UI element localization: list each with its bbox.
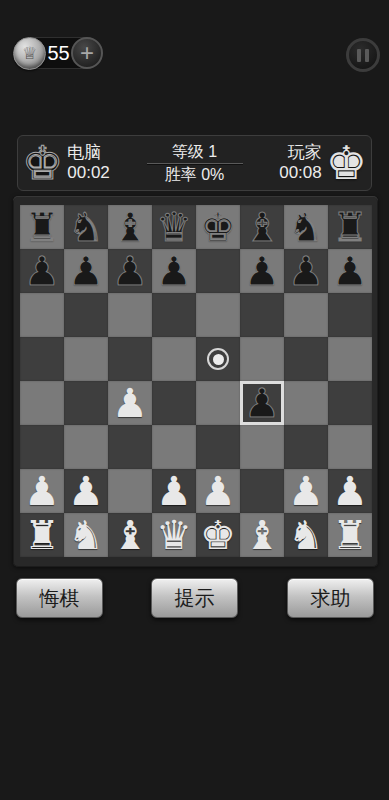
square-f3[interactable]: [240, 425, 284, 469]
square-c8[interactable]: ♝: [108, 205, 152, 249]
piece-white-pawn: ♟: [288, 469, 324, 513]
black-king-icon: ♚: [22, 138, 63, 188]
square-f7[interactable]: ♟: [240, 249, 284, 293]
piece-black-rook: ♜: [24, 205, 60, 249]
square-c5[interactable]: [108, 337, 152, 381]
square-a6[interactable]: [20, 293, 64, 337]
square-g4[interactable]: [284, 381, 328, 425]
square-d8[interactable]: ♛: [152, 205, 196, 249]
chess-app-screen: ♕ 55 + ♚ 电脑 00:02 等级 1 胜率 0% 玩家 00:08 ♚: [0, 0, 389, 800]
square-a5[interactable]: [20, 337, 64, 381]
piece-white-rook: ♜: [24, 513, 60, 557]
help-button[interactable]: 求助: [287, 578, 374, 618]
square-a7[interactable]: ♟: [20, 249, 64, 293]
coin-counter: ♕ 55 +: [14, 37, 102, 69]
square-a2[interactable]: ♟: [20, 469, 64, 513]
square-h1[interactable]: ♜: [328, 513, 372, 557]
piece-white-pawn: ♟: [332, 469, 368, 513]
piece-black-rook: ♜: [332, 205, 368, 249]
square-b4[interactable]: [64, 381, 108, 425]
square-h7[interactable]: ♟: [328, 249, 372, 293]
piece-white-knight: ♞: [68, 513, 104, 557]
square-f1[interactable]: ♝: [240, 513, 284, 557]
square-e2[interactable]: ♟: [196, 469, 240, 513]
square-h8[interactable]: ♜: [328, 205, 372, 249]
square-f2[interactable]: [240, 469, 284, 513]
square-c4[interactable]: ♟: [108, 381, 152, 425]
piece-black-pawn: ♟: [68, 249, 104, 293]
pause-button[interactable]: [346, 38, 380, 72]
square-e8[interactable]: ♚: [196, 205, 240, 249]
square-g6[interactable]: [284, 293, 328, 337]
square-h5[interactable]: [328, 337, 372, 381]
piece-black-knight: ♞: [68, 205, 104, 249]
piece-black-pawn: ♟: [244, 381, 280, 425]
square-d5[interactable]: [152, 337, 196, 381]
win-rate-label: 胜率 0%: [165, 165, 225, 185]
chess-board: ♜♞♝♛♚♝♞♜♟♟♟♟♟♟♟♟♟♟♟♟♟♟♟♜♞♝♛♚♝♞♜: [20, 205, 372, 557]
square-c1[interactable]: ♝: [108, 513, 152, 557]
piece-white-pawn: ♟: [112, 381, 148, 425]
computer-label: 电脑: [67, 143, 110, 163]
square-a3[interactable]: [20, 425, 64, 469]
piece-black-knight: ♞: [288, 205, 324, 249]
square-c7[interactable]: ♟: [108, 249, 152, 293]
piece-black-pawn: ♟: [156, 249, 192, 293]
square-c2[interactable]: [108, 469, 152, 513]
square-f4[interactable]: ♟: [240, 381, 284, 425]
piece-white-rook: ♜: [332, 513, 368, 557]
piece-white-queen: ♛: [156, 513, 192, 557]
piece-black-pawn: ♟: [24, 249, 60, 293]
player-side: 玩家 00:08 ♚: [279, 138, 367, 188]
piece-black-bishop: ♝: [244, 205, 280, 249]
square-b8[interactable]: ♞: [64, 205, 108, 249]
square-g2[interactable]: ♟: [284, 469, 328, 513]
coin-count: 55: [46, 42, 71, 65]
square-d4[interactable]: [152, 381, 196, 425]
square-e7[interactable]: [196, 249, 240, 293]
pause-icon: [357, 49, 361, 62]
add-coins-button[interactable]: +: [71, 37, 103, 69]
piece-white-pawn: ♟: [200, 469, 236, 513]
square-h3[interactable]: [328, 425, 372, 469]
piece-white-pawn: ♟: [68, 469, 104, 513]
move-origin-marker: [207, 348, 229, 370]
square-b2[interactable]: ♟: [64, 469, 108, 513]
match-info-panel: ♚ 电脑 00:02 等级 1 胜率 0% 玩家 00:08 ♚: [17, 135, 372, 191]
chess-board-frame: ♜♞♝♛♚♝♞♜♟♟♟♟♟♟♟♟♟♟♟♟♟♟♟♜♞♝♛♚♝♞♜: [13, 196, 378, 567]
square-a4[interactable]: [20, 381, 64, 425]
divider: [147, 163, 243, 164]
player-clock: 00:08: [279, 163, 322, 183]
piece-white-king: ♚: [200, 513, 236, 557]
player-label: 玩家: [288, 143, 322, 163]
square-b6[interactable]: [64, 293, 108, 337]
move-origin-dot: [213, 354, 224, 365]
undo-move-button[interactable]: 悔棋: [16, 578, 103, 618]
square-e1[interactable]: ♚: [196, 513, 240, 557]
square-g5[interactable]: [284, 337, 328, 381]
square-h4[interactable]: [328, 381, 372, 425]
square-e5[interactable]: [196, 337, 240, 381]
square-a1[interactable]: ♜: [20, 513, 64, 557]
piece-white-bishop: ♝: [244, 513, 280, 557]
piece-black-pawn: ♟: [112, 249, 148, 293]
piece-black-king: ♚: [200, 205, 236, 249]
piece-black-pawn: ♟: [288, 249, 324, 293]
pause-icon: [365, 49, 369, 62]
square-c3[interactable]: [108, 425, 152, 469]
square-d2[interactable]: ♟: [152, 469, 196, 513]
computer-side: ♚ 电脑 00:02: [22, 138, 110, 188]
piece-black-bishop: ♝: [112, 205, 148, 249]
square-e6[interactable]: [196, 293, 240, 337]
square-f6[interactable]: [240, 293, 284, 337]
square-a8[interactable]: ♜: [20, 205, 64, 249]
piece-white-pawn: ♟: [156, 469, 192, 513]
square-e4[interactable]: [196, 381, 240, 425]
square-g8[interactable]: ♞: [284, 205, 328, 249]
square-b7[interactable]: ♟: [64, 249, 108, 293]
square-f8[interactable]: ♝: [240, 205, 284, 249]
square-b5[interactable]: [64, 337, 108, 381]
square-g1[interactable]: ♞: [284, 513, 328, 557]
piece-black-pawn: ♟: [244, 249, 280, 293]
square-d7[interactable]: ♟: [152, 249, 196, 293]
coin-icon: ♕: [13, 37, 46, 70]
square-f5[interactable]: [240, 337, 284, 381]
square-d1[interactable]: ♛: [152, 513, 196, 557]
square-b3[interactable]: [64, 425, 108, 469]
piece-white-pawn: ♟: [24, 469, 60, 513]
white-king-icon: ♚: [326, 138, 367, 188]
computer-clock: 00:02: [67, 163, 110, 183]
square-h2[interactable]: ♟: [328, 469, 372, 513]
square-g3[interactable]: [284, 425, 328, 469]
square-e3[interactable]: [196, 425, 240, 469]
hint-button[interactable]: 提示: [151, 578, 238, 618]
piece-black-queen: ♛: [156, 205, 192, 249]
square-h6[interactable]: [328, 293, 372, 337]
piece-white-knight: ♞: [288, 513, 324, 557]
piece-black-pawn: ♟: [332, 249, 368, 293]
square-d3[interactable]: [152, 425, 196, 469]
level-label: 等级 1: [172, 142, 217, 162]
square-b1[interactable]: ♞: [64, 513, 108, 557]
square-g7[interactable]: ♟: [284, 249, 328, 293]
square-c6[interactable]: [108, 293, 152, 337]
square-d6[interactable]: [152, 293, 196, 337]
level-info: 等级 1 胜率 0%: [147, 142, 243, 185]
piece-white-bishop: ♝: [112, 513, 148, 557]
